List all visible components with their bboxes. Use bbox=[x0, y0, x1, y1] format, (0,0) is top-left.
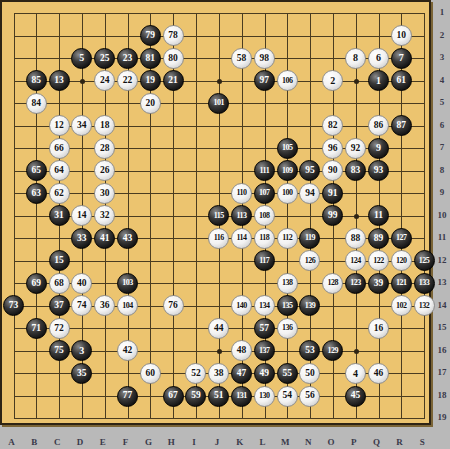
black-stone-81: 81 bbox=[140, 48, 161, 69]
black-stone-67: 67 bbox=[163, 386, 184, 407]
black-stone-93: 93 bbox=[368, 160, 389, 181]
white-stone-36: 36 bbox=[94, 295, 115, 316]
white-stone-138: 138 bbox=[277, 273, 298, 294]
black-stone-11: 11 bbox=[368, 205, 389, 226]
row-label-11: 11 bbox=[435, 232, 449, 242]
stones-grid: 1234567891011121314151618192021222324252… bbox=[2, 2, 435, 430]
black-stone-7: 7 bbox=[391, 48, 412, 69]
black-stone-89: 89 bbox=[368, 228, 389, 249]
white-stone-96: 96 bbox=[322, 138, 343, 159]
white-stone-90: 90 bbox=[322, 160, 343, 181]
black-stone-47: 47 bbox=[231, 363, 252, 384]
white-stone-16: 16 bbox=[368, 318, 389, 339]
white-stone-42: 42 bbox=[117, 340, 138, 361]
black-stone-5: 5 bbox=[71, 48, 92, 69]
white-stone-34: 34 bbox=[71, 115, 92, 136]
column-label-Q: Q bbox=[370, 437, 384, 447]
black-stone-119: 119 bbox=[299, 228, 320, 249]
black-stone-121: 121 bbox=[391, 273, 412, 294]
column-label-L: L bbox=[256, 437, 270, 447]
white-stone-132: 132 bbox=[414, 295, 435, 316]
column-label-B: B bbox=[27, 437, 41, 447]
row-label-13: 13 bbox=[435, 277, 449, 287]
column-label-H: H bbox=[164, 437, 178, 447]
row-label-9: 9 bbox=[435, 187, 449, 197]
row-label-1: 1 bbox=[435, 7, 449, 17]
black-stone-87: 87 bbox=[391, 115, 412, 136]
column-label-O: O bbox=[324, 437, 338, 447]
black-stone-43: 43 bbox=[117, 228, 138, 249]
black-stone-39: 39 bbox=[368, 273, 389, 294]
black-stone-57: 57 bbox=[254, 318, 275, 339]
white-stone-114: 114 bbox=[231, 228, 252, 249]
column-label-I: I bbox=[187, 437, 201, 447]
white-stone-10: 10 bbox=[391, 25, 412, 46]
row-label-8: 8 bbox=[435, 165, 449, 175]
row-label-12: 12 bbox=[435, 255, 449, 265]
white-stone-122: 122 bbox=[368, 250, 389, 271]
white-stone-60: 60 bbox=[140, 363, 161, 384]
column-label-N: N bbox=[301, 437, 315, 447]
row-label-15: 15 bbox=[435, 322, 449, 332]
white-stone-134: 134 bbox=[254, 295, 275, 316]
white-stone-84: 84 bbox=[26, 93, 47, 114]
black-stone-91: 91 bbox=[322, 183, 343, 204]
black-stone-137: 137 bbox=[254, 340, 275, 361]
black-stone-109: 109 bbox=[277, 160, 298, 181]
white-stone-130: 130 bbox=[254, 386, 275, 407]
white-stone-124: 124 bbox=[345, 250, 366, 271]
black-stone-97: 97 bbox=[254, 70, 275, 91]
black-stone-83: 83 bbox=[345, 160, 366, 181]
white-stone-86: 86 bbox=[368, 115, 389, 136]
white-stone-106: 106 bbox=[277, 70, 298, 91]
white-stone-112: 112 bbox=[277, 228, 298, 249]
white-stone-32: 32 bbox=[94, 205, 115, 226]
column-label-M: M bbox=[278, 437, 292, 447]
column-label-S: S bbox=[415, 437, 429, 447]
black-stone-3: 3 bbox=[71, 340, 92, 361]
white-stone-26: 26 bbox=[94, 160, 115, 181]
row-label-10: 10 bbox=[435, 210, 449, 220]
white-stone-40: 40 bbox=[71, 273, 92, 294]
white-stone-140: 140 bbox=[231, 295, 252, 316]
white-stone-28: 28 bbox=[94, 138, 115, 159]
white-stone-8: 8 bbox=[345, 48, 366, 69]
white-stone-2: 2 bbox=[322, 70, 343, 91]
row-label-16: 16 bbox=[435, 345, 449, 355]
white-stone-50: 50 bbox=[299, 363, 320, 384]
white-stone-58: 58 bbox=[231, 48, 252, 69]
black-stone-77: 77 bbox=[117, 386, 138, 407]
white-stone-6: 6 bbox=[368, 48, 389, 69]
white-stone-14: 14 bbox=[71, 205, 92, 226]
black-stone-53: 53 bbox=[299, 340, 320, 361]
row-label-5: 5 bbox=[435, 97, 449, 107]
row-label-18: 18 bbox=[435, 390, 449, 400]
white-stone-100: 100 bbox=[277, 183, 298, 204]
black-stone-117: 117 bbox=[254, 250, 275, 271]
black-stone-9: 9 bbox=[368, 138, 389, 159]
white-stone-98: 98 bbox=[254, 48, 275, 69]
white-stone-56: 56 bbox=[299, 386, 320, 407]
black-stone-127: 127 bbox=[391, 228, 412, 249]
white-stone-92: 92 bbox=[345, 138, 366, 159]
black-stone-69: 69 bbox=[26, 273, 47, 294]
column-label-K: K bbox=[233, 437, 247, 447]
black-stone-59: 59 bbox=[185, 386, 206, 407]
white-stone-30: 30 bbox=[94, 183, 115, 204]
white-stone-48: 48 bbox=[231, 340, 252, 361]
black-stone-31: 31 bbox=[49, 205, 70, 226]
white-stone-110: 110 bbox=[231, 183, 252, 204]
black-stone-1: 1 bbox=[368, 70, 389, 91]
black-stone-73: 73 bbox=[3, 295, 24, 316]
white-stone-18: 18 bbox=[94, 115, 115, 136]
black-stone-123: 123 bbox=[345, 273, 366, 294]
black-stone-35: 35 bbox=[71, 363, 92, 384]
white-stone-116: 116 bbox=[208, 228, 229, 249]
white-stone-94: 94 bbox=[299, 183, 320, 204]
white-stone-126: 126 bbox=[299, 250, 320, 271]
black-stone-129: 129 bbox=[322, 340, 343, 361]
black-stone-15: 15 bbox=[49, 250, 70, 271]
black-stone-85: 85 bbox=[26, 70, 47, 91]
black-stone-21: 21 bbox=[163, 70, 184, 91]
column-label-P: P bbox=[347, 437, 361, 447]
black-stone-55: 55 bbox=[277, 363, 298, 384]
column-label-C: C bbox=[50, 437, 64, 447]
white-stone-136: 136 bbox=[277, 318, 298, 339]
black-stone-37: 37 bbox=[49, 295, 70, 316]
column-label-D: D bbox=[73, 437, 87, 447]
black-stone-63: 63 bbox=[26, 183, 47, 204]
white-stone-128: 128 bbox=[322, 273, 343, 294]
row-label-4: 4 bbox=[435, 75, 449, 85]
black-stone-115: 115 bbox=[208, 205, 229, 226]
white-stone-52: 52 bbox=[185, 363, 206, 384]
row-label-14: 14 bbox=[435, 300, 449, 310]
black-stone-105: 105 bbox=[277, 138, 298, 159]
white-stone-54: 54 bbox=[277, 386, 298, 407]
white-stone-12: 12 bbox=[49, 115, 70, 136]
black-stone-95: 95 bbox=[299, 160, 320, 181]
white-stone-68: 68 bbox=[49, 273, 70, 294]
white-stone-64: 64 bbox=[49, 160, 70, 181]
white-stone-74: 74 bbox=[71, 295, 92, 316]
white-stone-72: 72 bbox=[49, 318, 70, 339]
white-stone-80: 80 bbox=[163, 48, 184, 69]
column-label-A: A bbox=[5, 437, 19, 447]
black-stone-19: 19 bbox=[140, 70, 161, 91]
black-stone-103: 103 bbox=[117, 273, 138, 294]
white-stone-82: 82 bbox=[322, 115, 343, 136]
white-stone-38: 38 bbox=[208, 363, 229, 384]
black-stone-131: 131 bbox=[231, 386, 252, 407]
row-label-19: 19 bbox=[435, 412, 449, 422]
white-stone-66: 66 bbox=[49, 138, 70, 159]
white-stone-4: 4 bbox=[345, 363, 366, 384]
row-label-6: 6 bbox=[435, 120, 449, 130]
black-stone-133: 133 bbox=[414, 273, 435, 294]
black-stone-51: 51 bbox=[208, 386, 229, 407]
white-stone-108: 108 bbox=[254, 205, 275, 226]
black-stone-23: 23 bbox=[117, 48, 138, 69]
black-stone-41: 41 bbox=[94, 228, 115, 249]
white-stone-22: 22 bbox=[117, 70, 138, 91]
black-stone-99: 99 bbox=[322, 205, 343, 226]
white-stone-102: 102 bbox=[391, 295, 412, 316]
go-board[interactable]: 1234567891011121314151618192021222324252… bbox=[0, 0, 431, 425]
white-stone-76: 76 bbox=[163, 295, 184, 316]
column-label-F: F bbox=[119, 437, 133, 447]
white-stone-62: 62 bbox=[49, 183, 70, 204]
black-stone-75: 75 bbox=[49, 340, 70, 361]
white-stone-120: 120 bbox=[391, 250, 412, 271]
black-stone-139: 139 bbox=[299, 295, 320, 316]
black-stone-135: 135 bbox=[277, 295, 298, 316]
black-stone-113: 113 bbox=[231, 205, 252, 226]
white-stone-20: 20 bbox=[140, 93, 161, 114]
white-stone-118: 118 bbox=[254, 228, 275, 249]
black-stone-13: 13 bbox=[49, 70, 70, 91]
white-stone-88: 88 bbox=[345, 228, 366, 249]
black-stone-61: 61 bbox=[391, 70, 412, 91]
row-label-3: 3 bbox=[435, 52, 449, 62]
black-stone-125: 125 bbox=[414, 250, 435, 271]
column-label-R: R bbox=[392, 437, 406, 447]
row-label-7: 7 bbox=[435, 142, 449, 152]
black-stone-33: 33 bbox=[71, 228, 92, 249]
white-stone-78: 78 bbox=[163, 25, 184, 46]
row-label-17: 17 bbox=[435, 367, 449, 377]
white-stone-24: 24 bbox=[94, 70, 115, 91]
black-stone-79: 79 bbox=[140, 25, 161, 46]
black-stone-101: 101 bbox=[208, 93, 229, 114]
white-stone-44: 44 bbox=[208, 318, 229, 339]
column-label-G: G bbox=[141, 437, 155, 447]
black-stone-111: 111 bbox=[254, 160, 275, 181]
go-diagram: 1234567891011121314151618192021222324252… bbox=[0, 0, 450, 449]
black-stone-107: 107 bbox=[254, 183, 275, 204]
black-stone-45: 45 bbox=[345, 386, 366, 407]
column-label-E: E bbox=[96, 437, 110, 447]
column-label-J: J bbox=[210, 437, 224, 447]
black-stone-25: 25 bbox=[94, 48, 115, 69]
white-stone-46: 46 bbox=[368, 363, 389, 384]
black-stone-65: 65 bbox=[26, 160, 47, 181]
row-label-2: 2 bbox=[435, 30, 449, 40]
black-stone-71: 71 bbox=[26, 318, 47, 339]
white-stone-104: 104 bbox=[117, 295, 138, 316]
black-stone-49: 49 bbox=[254, 363, 275, 384]
